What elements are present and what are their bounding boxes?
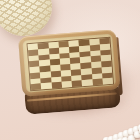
square-a1	[31, 84, 42, 91]
chess-box	[18, 29, 123, 117]
square-g1	[92, 79, 103, 86]
square-c1	[51, 82, 62, 89]
product-photo	[0, 0, 140, 140]
chessboard	[27, 37, 115, 91]
square-h1	[102, 78, 113, 85]
square-e1	[72, 80, 83, 87]
pearl	[139, 127, 140, 134]
box-lid	[18, 29, 120, 97]
square-d1	[61, 81, 72, 88]
square-b1	[41, 83, 52, 90]
square-f1	[82, 80, 93, 87]
